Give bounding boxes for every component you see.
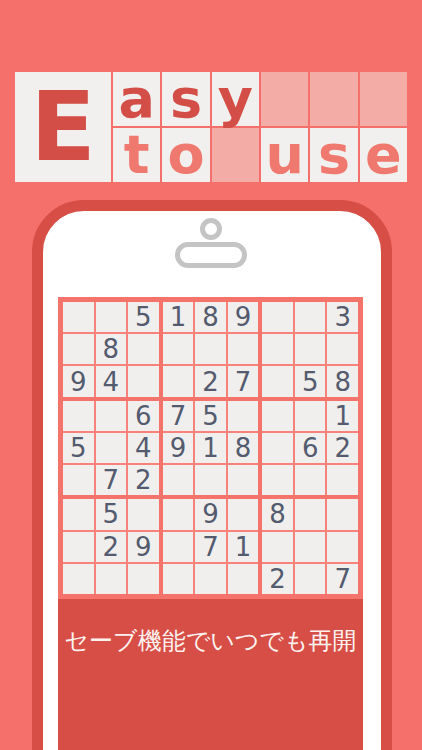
sudoku-cell-r5c9[interactable]: 2	[327, 433, 358, 463]
caption-banner: セーブ機能でいつでも再開	[58, 599, 363, 750]
sudoku-box-4: 65472	[63, 401, 159, 496]
sudoku-cell-r7c5[interactable]: 9	[195, 499, 226, 529]
sudoku-cell-r7c7[interactable]: 8	[262, 499, 293, 529]
sudoku-cell-r2c2[interactable]: 8	[96, 334, 127, 364]
sudoku-cell-r6c8[interactable]	[295, 465, 326, 495]
sudoku-cell-r5c8[interactable]: 6	[295, 433, 326, 463]
sudoku-cell-r5c7[interactable]	[262, 433, 293, 463]
sudoku-cell-r2c7[interactable]	[262, 334, 293, 364]
sudoku-box-1: 5894	[63, 302, 159, 397]
sudoku-cell-r9c5[interactable]	[195, 564, 226, 594]
header-tile-letter-s: s	[162, 72, 209, 126]
sudoku-cell-r4c3[interactable]: 6	[128, 401, 159, 431]
header-tile-letter-E: E	[15, 72, 111, 182]
header-tile-blank	[212, 128, 259, 182]
sudoku-cell-r3c7[interactable]	[262, 366, 293, 396]
app-screenshot: Easytouse 589418927358654727591816252997…	[0, 0, 422, 750]
sudoku-cell-r1c5[interactable]: 8	[195, 302, 226, 332]
caption-text: セーブ機能でいつでも再開	[65, 627, 357, 655]
sudoku-cell-r1c9[interactable]: 3	[327, 302, 358, 332]
header-tile-letter-a: a	[113, 72, 160, 126]
header-tile-letter-e: e	[360, 128, 407, 182]
sudoku-cell-r6c9[interactable]	[327, 465, 358, 495]
sudoku-cell-r5c3[interactable]: 4	[128, 433, 159, 463]
sudoku-cell-r3c6[interactable]: 7	[228, 366, 259, 396]
sudoku-cell-r2c9[interactable]	[327, 334, 358, 364]
sudoku-cell-r8c5[interactable]: 7	[195, 532, 226, 562]
sudoku-cell-r5c2[interactable]	[96, 433, 127, 463]
sudoku-cell-r9c4[interactable]	[163, 564, 194, 594]
sudoku-cell-r4c7[interactable]	[262, 401, 293, 431]
sudoku-cell-r1c1[interactable]	[63, 302, 94, 332]
sudoku-cell-r9c6[interactable]	[228, 564, 259, 594]
speaker-icon	[175, 242, 247, 268]
sudoku-box-5: 75918	[163, 401, 259, 496]
sudoku-cell-r7c2[interactable]: 5	[96, 499, 127, 529]
phone-mockup: 5894189273586547275918162529971827 セーブ機能…	[32, 200, 392, 750]
sudoku-cell-r9c9[interactable]: 7	[327, 564, 358, 594]
sudoku-cell-r6c1[interactable]	[63, 465, 94, 495]
sudoku-cell-r8c6[interactable]: 1	[228, 532, 259, 562]
sudoku-cell-r2c1[interactable]	[63, 334, 94, 364]
sudoku-box-8: 971	[163, 499, 259, 594]
sudoku-cell-r4c6[interactable]	[228, 401, 259, 431]
sudoku-cell-r2c5[interactable]	[195, 334, 226, 364]
header-tile-blank	[310, 72, 357, 126]
sudoku-cell-r9c1[interactable]	[63, 564, 94, 594]
sudoku-cell-r8c3[interactable]: 9	[128, 532, 159, 562]
sudoku-cell-r8c2[interactable]: 2	[96, 532, 127, 562]
sudoku-cell-r1c2[interactable]	[96, 302, 127, 332]
sudoku-cell-r9c8[interactable]	[295, 564, 326, 594]
sudoku-cell-r6c6[interactable]	[228, 465, 259, 495]
sudoku-box-2: 18927	[163, 302, 259, 397]
sudoku-board: 5894189273586547275918162529971827	[58, 297, 363, 599]
sudoku-box-9: 827	[262, 499, 358, 594]
sudoku-cell-r1c6[interactable]: 9	[228, 302, 259, 332]
sudoku-cell-r5c5[interactable]: 1	[195, 433, 226, 463]
sudoku-cell-r7c9[interactable]	[327, 499, 358, 529]
sudoku-cell-r1c4[interactable]: 1	[163, 302, 194, 332]
sudoku-cell-r7c3[interactable]	[128, 499, 159, 529]
sudoku-cell-r2c8[interactable]	[295, 334, 326, 364]
header-tile-letter-s: s	[310, 128, 357, 182]
sudoku-cell-r2c3[interactable]	[128, 334, 159, 364]
sudoku-cell-r8c8[interactable]	[295, 532, 326, 562]
sudoku-cell-r4c8[interactable]	[295, 401, 326, 431]
sudoku-cell-r9c3[interactable]	[128, 564, 159, 594]
sudoku-cell-r3c1[interactable]: 9	[63, 366, 94, 396]
sudoku-cell-r1c7[interactable]	[262, 302, 293, 332]
sudoku-box-3: 358	[262, 302, 358, 397]
sudoku-cell-r3c4[interactable]	[163, 366, 194, 396]
sudoku-cell-r5c4[interactable]: 9	[163, 433, 194, 463]
header-tile-blank	[360, 72, 407, 126]
sudoku-cell-r9c7[interactable]: 2	[262, 564, 293, 594]
sudoku-cell-r7c1[interactable]	[63, 499, 94, 529]
header-tile-letter-u: u	[261, 128, 308, 182]
sudoku-box-7: 529	[63, 499, 159, 594]
sudoku-cell-r5c1[interactable]: 5	[63, 433, 94, 463]
sudoku-cell-r8c9[interactable]	[327, 532, 358, 562]
sudoku-cell-r9c2[interactable]	[96, 564, 127, 594]
sudoku-cell-r6c7[interactable]	[262, 465, 293, 495]
sudoku-cell-r2c6[interactable]	[228, 334, 259, 364]
sudoku-cell-r4c1[interactable]	[63, 401, 94, 431]
sudoku-cell-r7c6[interactable]	[228, 499, 259, 529]
sudoku-cell-r4c5[interactable]: 5	[195, 401, 226, 431]
sudoku-cell-r6c4[interactable]	[163, 465, 194, 495]
sudoku-cell-r3c5[interactable]: 2	[195, 366, 226, 396]
sudoku-cell-r6c3[interactable]: 2	[128, 465, 159, 495]
sudoku-cell-r1c8[interactable]	[295, 302, 326, 332]
header-tile-letter-y: y	[212, 72, 259, 126]
sudoku-cell-r6c5[interactable]	[195, 465, 226, 495]
sudoku-cell-r2c4[interactable]	[163, 334, 194, 364]
sudoku-cell-r6c2[interactable]: 7	[96, 465, 127, 495]
header-tile-blank	[261, 72, 308, 126]
sudoku-cell-r8c7[interactable]	[262, 532, 293, 562]
sudoku-cell-r3c3[interactable]	[128, 366, 159, 396]
sudoku-cell-r5c6[interactable]: 8	[228, 433, 259, 463]
sudoku-cell-r8c4[interactable]	[163, 532, 194, 562]
header-tiles: Easytouse	[15, 72, 407, 172]
sudoku-cell-r3c9[interactable]: 8	[327, 366, 358, 396]
header-tile-letter-o: o	[162, 128, 209, 182]
sudoku-cell-r7c8[interactable]	[295, 499, 326, 529]
sudoku-cell-r4c2[interactable]	[96, 401, 127, 431]
sudoku-cell-r3c2[interactable]: 4	[96, 366, 127, 396]
sudoku-box-6: 162	[262, 401, 358, 496]
sudoku-cell-r7c4[interactable]	[163, 499, 194, 529]
header-tile-letter-t: t	[113, 128, 160, 182]
sudoku-cell-r8c1[interactable]	[63, 532, 94, 562]
camera-icon	[200, 218, 222, 240]
sudoku-cell-r1c3[interactable]: 5	[128, 302, 159, 332]
sudoku-cell-r4c9[interactable]: 1	[327, 401, 358, 431]
sudoku-cell-r3c8[interactable]: 5	[295, 366, 326, 396]
sudoku-cell-r4c4[interactable]: 7	[163, 401, 194, 431]
